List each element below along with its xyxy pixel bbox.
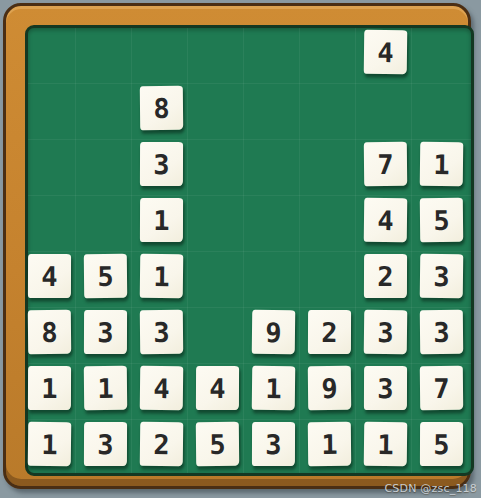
tile-number: 3 (97, 316, 113, 347)
tile-number: 3 (377, 316, 394, 347)
number-tile[interactable]: 1 (28, 366, 71, 410)
tile-number: 1 (41, 372, 57, 403)
tile-number: 4 (377, 36, 394, 67)
number-tile[interactable]: 8 (140, 86, 183, 130)
number-tile[interactable]: 9 (308, 366, 351, 410)
tile-number: 9 (265, 316, 282, 347)
tile-number: 5 (209, 428, 226, 459)
tile-number: 5 (433, 204, 450, 235)
tile-number: 4 (209, 372, 225, 403)
number-tile[interactable]: 2 (140, 422, 184, 467)
tile-number: 3 (97, 428, 113, 459)
number-tile[interactable]: 3 (364, 310, 408, 355)
tile-number: 3 (433, 260, 450, 291)
number-tile[interactable]: 2 (308, 310, 351, 354)
number-tile[interactable]: 5 (420, 198, 463, 242)
tile-number: 3 (153, 148, 169, 179)
number-tile[interactable]: 2 (364, 254, 407, 298)
number-tile[interactable]: 1 (420, 142, 464, 187)
tile-number: 8 (41, 316, 58, 347)
tile-number: 4 (41, 260, 57, 291)
number-tile[interactable]: 3 (364, 366, 407, 410)
tile-number: 3 (265, 428, 281, 459)
number-tile[interactable]: 3 (252, 422, 295, 466)
number-tile[interactable]: 4 (364, 198, 408, 243)
number-tile[interactable]: 3 (140, 310, 183, 354)
number-tile[interactable]: 1 (140, 254, 184, 299)
tile-number: 2 (153, 428, 170, 459)
tile-number: 5 (97, 260, 114, 291)
page-background: 483711454512383392331144193713253115 CSD… (0, 0, 481, 498)
tile-number: 1 (321, 428, 338, 459)
game-board: 483711454512383392331144193713253115 (25, 25, 474, 476)
number-tile[interactable]: 5 (196, 422, 239, 466)
number-tile[interactable]: 3 (84, 422, 127, 466)
tile-number: 8 (153, 92, 170, 123)
tile-number: 1 (265, 372, 282, 403)
number-tile[interactable]: 3 (84, 310, 127, 354)
number-tile[interactable]: 5 (84, 254, 127, 298)
number-tile[interactable]: 4 (28, 254, 71, 298)
tile-number: 9 (321, 372, 338, 403)
number-tile[interactable]: 3 (420, 310, 463, 354)
tile-number: 7 (377, 148, 394, 179)
number-tile[interactable]: 7 (364, 142, 407, 186)
tile-number: 7 (433, 372, 450, 403)
number-tile[interactable]: 1 (140, 198, 183, 242)
number-tile[interactable]: 1 (252, 366, 296, 411)
tile-number: 1 (153, 204, 169, 235)
number-tile[interactable]: 3 (420, 254, 464, 299)
tile-number: 3 (153, 316, 170, 347)
number-tile[interactable]: 4 (364, 30, 408, 75)
number-tile[interactable]: 1 (84, 366, 127, 410)
tile-number: 3 (433, 316, 450, 347)
number-tile[interactable]: 9 (252, 310, 296, 355)
tile-grid: 483711454512383392331144193713253115 (28, 30, 476, 478)
watermark: CSDN @zsc_118 (384, 482, 477, 495)
tile-number: 5 (433, 428, 449, 459)
tile-number: 1 (41, 428, 58, 459)
tile-number: 1 (153, 260, 170, 291)
board-frame: 483711454512383392331144193713253115 (3, 3, 471, 489)
tile-number: 4 (153, 372, 170, 403)
tile-number: 2 (321, 316, 337, 347)
tile-number: 1 (377, 428, 394, 459)
tile-number: 3 (377, 372, 393, 403)
number-tile[interactable]: 1 (28, 422, 72, 467)
tile-number: 1 (433, 148, 450, 179)
number-tile[interactable]: 1 (364, 422, 408, 467)
number-tile[interactable]: 3 (140, 142, 183, 186)
tile-number: 4 (377, 204, 394, 235)
number-tile[interactable]: 1 (308, 422, 351, 466)
tile-number: 1 (97, 372, 114, 403)
number-tile[interactable]: 8 (28, 310, 71, 354)
number-tile[interactable]: 5 (420, 422, 463, 466)
tile-number: 2 (377, 260, 393, 291)
number-tile[interactable]: 4 (196, 366, 239, 410)
number-tile[interactable]: 7 (420, 366, 463, 410)
number-tile[interactable]: 4 (140, 366, 184, 411)
